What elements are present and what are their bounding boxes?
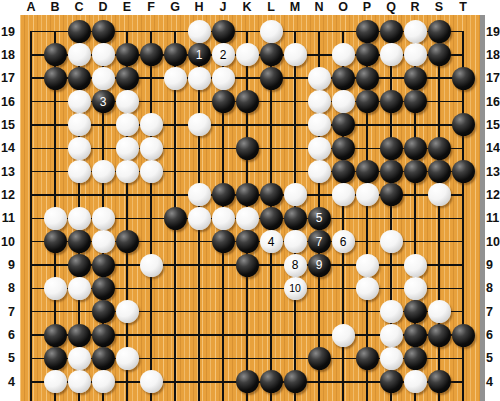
stone-black-D16[interactable]: 3	[92, 90, 115, 113]
column-label-J: J	[211, 0, 235, 14]
stone-white-O10[interactable]: 6	[332, 230, 355, 253]
row-label-right-6: 6	[486, 327, 500, 343]
move-number-label-8: 8	[292, 259, 299, 271]
stone-black-C9[interactable]	[68, 254, 91, 277]
stone-black-C10[interactable]	[68, 230, 91, 253]
stone-black-K12[interactable]	[236, 183, 259, 206]
stone-white-O18[interactable]	[332, 43, 355, 66]
row-label-left-12: 12	[0, 187, 15, 203]
stone-black-E10[interactable]	[116, 230, 139, 253]
stone-white-R9[interactable]	[404, 254, 427, 277]
stone-black-B5[interactable]	[44, 347, 67, 370]
stone-black-R7[interactable]	[404, 300, 427, 323]
row-label-left-4: 4	[0, 374, 15, 390]
stone-black-K4[interactable]	[236, 370, 259, 393]
stone-black-N11[interactable]: 5	[308, 207, 331, 230]
stone-black-K14[interactable]	[236, 137, 259, 160]
column-label-Q: Q	[379, 0, 403, 14]
stone-black-P13[interactable]	[356, 160, 379, 183]
row-label-right-12: 12	[486, 187, 500, 203]
stone-white-B8[interactable]	[44, 277, 67, 300]
stone-white-S7[interactable]	[428, 300, 451, 323]
stone-white-F14[interactable]	[140, 137, 163, 160]
stone-white-C5[interactable]	[68, 347, 91, 370]
stone-black-M11[interactable]	[284, 207, 307, 230]
row-label-right-5: 5	[486, 350, 500, 366]
row-label-left-16: 16	[0, 94, 15, 110]
stone-black-R14[interactable]	[404, 137, 427, 160]
stone-white-D4[interactable]	[92, 370, 115, 393]
column-label-T: T	[451, 0, 475, 14]
row-label-left-5: 5	[0, 350, 15, 366]
stone-white-R19[interactable]	[404, 20, 427, 43]
stone-white-M8[interactable]: 10	[284, 277, 307, 300]
stone-white-H17[interactable]	[188, 67, 211, 90]
row-label-right-8: 8	[486, 280, 500, 296]
stone-white-P9[interactable]	[356, 254, 379, 277]
stone-black-N10[interactable]: 7	[308, 230, 331, 253]
stone-black-Q12[interactable]	[380, 183, 403, 206]
column-label-S: S	[427, 0, 451, 14]
stone-white-R8[interactable]	[404, 277, 427, 300]
stone-white-M9[interactable]: 8	[284, 254, 307, 277]
stone-black-T17[interactable]	[452, 67, 475, 90]
stone-white-Q10[interactable]	[380, 230, 403, 253]
stone-white-P12[interactable]	[356, 183, 379, 206]
stone-black-G11[interactable]	[164, 207, 187, 230]
row-label-right-17: 17	[486, 70, 500, 86]
stone-black-S13[interactable]	[428, 160, 451, 183]
stone-black-S6[interactable]	[428, 324, 451, 347]
row-label-right-11: 11	[486, 210, 500, 226]
stone-black-P19[interactable]	[356, 20, 379, 43]
stone-black-B6[interactable]	[44, 324, 67, 347]
stone-black-J16[interactable]	[212, 90, 235, 113]
column-label-E: E	[115, 0, 139, 14]
stone-white-F15[interactable]	[140, 113, 163, 136]
stone-black-D7[interactable]	[92, 300, 115, 323]
stone-white-C4[interactable]	[68, 370, 91, 393]
stone-black-D5[interactable]	[92, 347, 115, 370]
column-label-M: M	[283, 0, 307, 14]
move-number-label-2: 2	[220, 49, 227, 61]
row-label-right-10: 10	[486, 234, 500, 250]
stone-white-D18[interactable]	[92, 43, 115, 66]
stone-white-F13[interactable]	[140, 160, 163, 183]
move-number-label-4: 4	[268, 236, 275, 248]
column-label-L: L	[259, 0, 283, 14]
stone-white-K11[interactable]	[236, 207, 259, 230]
move-number-label-1: 1	[196, 49, 203, 61]
board-edge-strip	[480, 15, 485, 401]
move-number-label-10: 10	[289, 283, 301, 294]
stone-white-E15[interactable]	[116, 113, 139, 136]
row-label-right-19: 19	[486, 24, 500, 40]
row-label-right-13: 13	[486, 164, 500, 180]
column-label-B: B	[43, 0, 67, 14]
stone-white-H15[interactable]	[188, 113, 211, 136]
stone-black-O17[interactable]	[332, 67, 355, 90]
stone-black-T6[interactable]	[452, 324, 475, 347]
stone-white-F9[interactable]	[140, 254, 163, 277]
stone-black-F18[interactable]	[140, 43, 163, 66]
row-label-left-18: 18	[0, 47, 15, 63]
stone-black-H18[interactable]: 1	[188, 43, 211, 66]
stone-black-R5[interactable]	[404, 347, 427, 370]
stone-black-D9[interactable]	[92, 254, 115, 277]
stone-white-H12[interactable]	[188, 183, 211, 206]
stone-black-C6[interactable]	[68, 324, 91, 347]
grid-line-column-A	[30, 31, 32, 401]
stone-white-C15[interactable]	[68, 113, 91, 136]
stone-black-E18[interactable]	[116, 43, 139, 66]
grid-line-row-15	[30, 124, 464, 126]
stone-white-R18[interactable]	[404, 43, 427, 66]
stone-white-C11[interactable]	[68, 207, 91, 230]
stone-black-J19[interactable]	[212, 20, 235, 43]
stone-white-H11[interactable]	[188, 207, 211, 230]
stone-black-M4[interactable]	[284, 370, 307, 393]
stone-black-C19[interactable]	[68, 20, 91, 43]
row-label-left-6: 6	[0, 327, 15, 343]
stone-black-K9[interactable]	[236, 254, 259, 277]
column-label-O: O	[331, 0, 355, 14]
row-label-right-7: 7	[486, 304, 500, 320]
column-label-F: F	[139, 0, 163, 14]
stone-white-D11[interactable]	[92, 207, 115, 230]
move-number-label-7: 7	[316, 236, 323, 248]
row-label-left-14: 14	[0, 140, 15, 156]
stone-white-C8[interactable]	[68, 277, 91, 300]
stone-black-Q19[interactable]	[380, 20, 403, 43]
row-label-left-17: 17	[0, 70, 15, 86]
stone-black-B17[interactable]	[44, 67, 67, 90]
stone-white-D13[interactable]	[92, 160, 115, 183]
stone-black-D6[interactable]	[92, 324, 115, 347]
stone-white-L19[interactable]	[260, 20, 283, 43]
row-label-right-16: 16	[486, 94, 500, 110]
stone-white-E14[interactable]	[116, 137, 139, 160]
stone-black-R17[interactable]	[404, 67, 427, 90]
stone-black-T15[interactable]	[452, 113, 475, 136]
row-label-right-9: 9	[486, 257, 500, 273]
stone-white-O16[interactable]	[332, 90, 355, 113]
stone-white-B11[interactable]	[44, 207, 67, 230]
stone-white-Q18[interactable]	[380, 43, 403, 66]
column-label-H: H	[187, 0, 211, 14]
stone-black-R13[interactable]	[404, 160, 427, 183]
stone-black-S19[interactable]	[428, 20, 451, 43]
row-label-right-15: 15	[486, 117, 500, 133]
stone-black-N5[interactable]	[308, 347, 331, 370]
stone-white-F4[interactable]	[140, 370, 163, 393]
stone-white-J17[interactable]	[212, 67, 235, 90]
stone-black-Q13[interactable]	[380, 160, 403, 183]
stone-white-J18[interactable]: 2	[212, 43, 235, 66]
stone-white-N17[interactable]	[308, 67, 331, 90]
move-number-label-3: 3	[100, 96, 107, 108]
stone-black-J12[interactable]	[212, 183, 235, 206]
row-label-right-18: 18	[486, 47, 500, 63]
column-label-K: K	[235, 0, 259, 14]
go-review-window: 12354768910 ABCDEFGHJKLMNOPQRST 19181716…	[0, 0, 500, 401]
stone-white-Q7[interactable]	[380, 300, 403, 323]
stone-white-C13[interactable]	[68, 160, 91, 183]
stone-white-N14[interactable]	[308, 137, 331, 160]
stone-white-M10[interactable]	[284, 230, 307, 253]
row-label-right-4: 4	[486, 374, 500, 390]
stone-white-M12[interactable]	[284, 183, 307, 206]
column-label-C: C	[67, 0, 91, 14]
row-label-left-15: 15	[0, 117, 15, 133]
stone-black-G18[interactable]	[164, 43, 187, 66]
column-label-A: A	[19, 0, 43, 14]
row-label-left-9: 9	[0, 257, 15, 273]
stone-black-L17[interactable]	[260, 67, 283, 90]
stone-white-J11[interactable]	[212, 207, 235, 230]
stone-white-S12[interactable]	[428, 183, 451, 206]
stone-white-R4[interactable]	[404, 370, 427, 393]
stone-black-L4[interactable]	[260, 370, 283, 393]
stone-white-C18[interactable]	[68, 43, 91, 66]
row-label-left-7: 7	[0, 304, 15, 320]
row-label-left-8: 8	[0, 280, 15, 296]
stone-black-B18[interactable]	[44, 43, 67, 66]
stone-white-G17[interactable]	[164, 67, 187, 90]
stone-black-D8[interactable]	[92, 277, 115, 300]
stone-black-Q4[interactable]	[380, 370, 403, 393]
stone-white-N16[interactable]	[308, 90, 331, 113]
stone-white-H19[interactable]	[188, 20, 211, 43]
stone-black-P18[interactable]	[356, 43, 379, 66]
stone-black-S18[interactable]	[428, 43, 451, 66]
stone-black-D19[interactable]	[92, 20, 115, 43]
stone-black-O14[interactable]	[332, 137, 355, 160]
stone-black-O13[interactable]	[332, 160, 355, 183]
stone-white-E16[interactable]	[116, 90, 139, 113]
stone-black-R16[interactable]	[404, 90, 427, 113]
stone-white-K18[interactable]	[236, 43, 259, 66]
stone-black-S4[interactable]	[428, 370, 451, 393]
stone-black-P17[interactable]	[356, 67, 379, 90]
stone-black-R6[interactable]	[404, 324, 427, 347]
stone-white-Q6[interactable]	[380, 324, 403, 347]
stone-black-P5[interactable]	[356, 347, 379, 370]
stone-white-L10[interactable]: 4	[260, 230, 283, 253]
stone-white-C14[interactable]	[68, 137, 91, 160]
stone-black-Q16[interactable]	[380, 90, 403, 113]
stone-black-E17[interactable]	[116, 67, 139, 90]
stone-black-Q14[interactable]	[380, 137, 403, 160]
row-label-left-13: 13	[0, 164, 15, 180]
stone-white-D17[interactable]	[92, 67, 115, 90]
row-label-left-11: 11	[0, 210, 15, 226]
stone-black-N9[interactable]: 9	[308, 254, 331, 277]
stone-black-L11[interactable]	[260, 207, 283, 230]
stone-white-E5[interactable]	[116, 347, 139, 370]
stone-white-O6[interactable]	[332, 324, 355, 347]
stone-black-K16[interactable]	[236, 90, 259, 113]
move-number-label-9: 9	[316, 259, 323, 271]
stone-black-L12[interactable]	[260, 183, 283, 206]
grid-line-column-F	[150, 31, 152, 401]
go-board[interactable]: 12354768910	[20, 15, 480, 401]
stone-white-B4[interactable]	[44, 370, 67, 393]
column-label-D: D	[91, 0, 115, 14]
stone-white-O12[interactable]	[332, 183, 355, 206]
stone-white-C16[interactable]	[68, 90, 91, 113]
column-label-N: N	[307, 0, 331, 14]
stone-white-Q5[interactable]	[380, 347, 403, 370]
move-number-label-5: 5	[316, 212, 323, 224]
stone-white-E13[interactable]	[116, 160, 139, 183]
column-label-G: G	[163, 0, 187, 14]
row-label-right-14: 14	[486, 140, 500, 156]
stone-white-N13[interactable]	[308, 160, 331, 183]
stone-black-J10[interactable]	[212, 230, 235, 253]
stone-black-O15[interactable]	[332, 113, 355, 136]
stone-white-N15[interactable]	[308, 113, 331, 136]
stone-black-T13[interactable]	[452, 160, 475, 183]
row-label-left-19: 19	[0, 24, 15, 40]
row-label-left-10: 10	[0, 234, 15, 250]
column-label-R: R	[403, 0, 427, 14]
stone-black-S14[interactable]	[428, 137, 451, 160]
stone-white-P8[interactable]	[356, 277, 379, 300]
stone-black-L18[interactable]	[260, 43, 283, 66]
stone-white-D10[interactable]	[92, 230, 115, 253]
stone-white-E7[interactable]	[116, 300, 139, 323]
stone-black-P16[interactable]	[356, 90, 379, 113]
stone-black-K10[interactable]	[236, 230, 259, 253]
stone-black-C17[interactable]	[68, 67, 91, 90]
stone-black-B10[interactable]	[44, 230, 67, 253]
stone-white-M18[interactable]	[284, 43, 307, 66]
move-number-label-6: 6	[340, 236, 347, 248]
column-label-P: P	[355, 0, 379, 14]
